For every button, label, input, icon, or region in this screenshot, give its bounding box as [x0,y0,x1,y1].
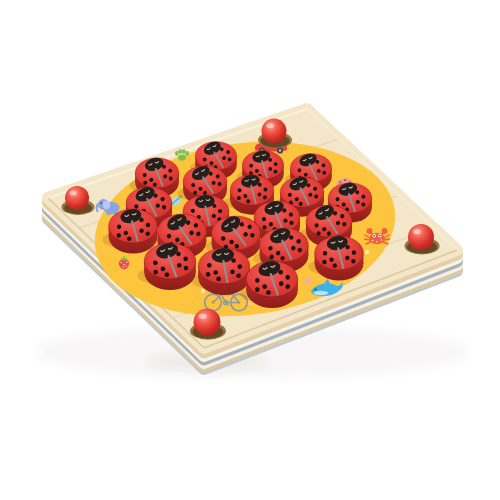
product-photo-scene [0,0,500,500]
ladybug-memory-board [0,0,500,500]
